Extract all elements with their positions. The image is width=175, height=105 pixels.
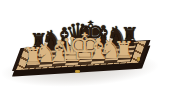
right-clasp bbox=[137, 57, 140, 61]
front-clasp bbox=[75, 70, 80, 73]
chess-set-product-photo: ♜♞♝♛♚♝♞♜♟♟♟♟♟♟♟♟♟♟♟♟♟♟♟♟♜♞♝♛♚♝♞♜ bbox=[0, 0, 175, 105]
